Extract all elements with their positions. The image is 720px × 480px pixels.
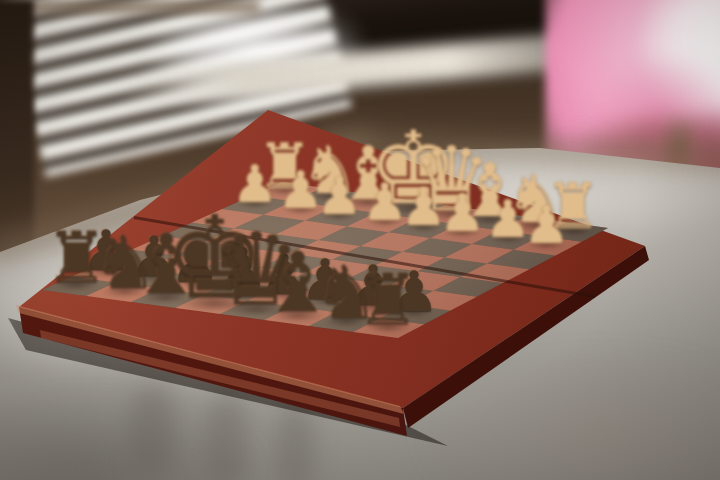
photo-scene: ♜♞♝♛♚♝♞♜♟♟♟♟♟♟♟♟♟♟♟♟♟♟♟♟♜♞♝♛♚♝♞♜ xyxy=(0,0,720,480)
piece-white-pawn-f2: ♟ xyxy=(316,170,363,222)
piece-white-pawn-a2: ♟ xyxy=(523,199,570,251)
piece-black-rook-a8: ♜ xyxy=(356,265,419,335)
chessboard: ♜♞♝♛♚♝♞♜♟♟♟♟♟♟♟♟♟♟♟♟♟♟♟♟♜♞♝♛♚♝♞♜ xyxy=(0,0,720,480)
piece-white-pawn-c2: ♟ xyxy=(439,187,486,239)
